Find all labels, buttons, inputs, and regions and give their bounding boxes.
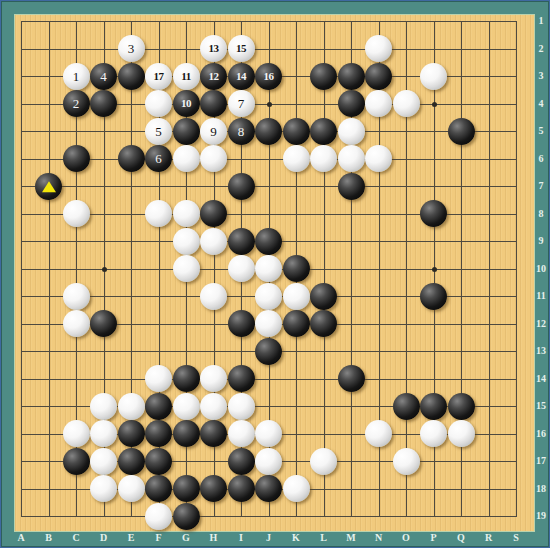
column-label-E: E	[121, 532, 141, 543]
black-stone-I14[interactable]	[228, 365, 255, 392]
move-number-label: 12	[209, 63, 219, 90]
column-label-A: A	[11, 532, 31, 543]
white-stone-C3[interactable]: 1	[63, 63, 90, 90]
white-stone-M6[interactable]	[338, 145, 365, 172]
white-stone-N4[interactable]	[365, 90, 392, 117]
column-label-K: K	[286, 532, 306, 543]
black-stone-G14[interactable]	[173, 365, 200, 392]
black-stone-F18[interactable]	[145, 475, 172, 502]
move-number-label: 15	[236, 35, 246, 62]
black-stone-K5[interactable]	[283, 118, 310, 145]
white-stone-I4[interactable]: 7	[228, 90, 255, 117]
black-stone-Q5[interactable]	[448, 118, 475, 145]
row-label-13: 13	[532, 345, 550, 356]
white-stone-H11[interactable]	[200, 283, 227, 310]
black-stone-H16[interactable]	[200, 420, 227, 447]
column-label-S: S	[506, 532, 526, 543]
white-stone-C8[interactable]	[63, 200, 90, 227]
move-number-label: 9	[210, 118, 217, 145]
column-label-F: F	[149, 532, 169, 543]
white-stone-J17[interactable]	[255, 448, 282, 475]
white-stone-Q16[interactable]	[448, 420, 475, 447]
black-stone-G19[interactable]	[173, 503, 200, 530]
black-stone-I17[interactable]	[228, 448, 255, 475]
black-stone-I12[interactable]	[228, 310, 255, 337]
row-label-9: 9	[532, 235, 550, 246]
white-stone-G15[interactable]	[173, 393, 200, 420]
white-stone-C12[interactable]	[63, 310, 90, 337]
row-label-3: 3	[532, 70, 550, 81]
column-label-Q: Q	[451, 532, 471, 543]
row-label-19: 19	[532, 510, 550, 521]
white-stone-G3[interactable]: 11	[173, 63, 200, 90]
white-stone-M5[interactable]	[338, 118, 365, 145]
row-label-2: 2	[532, 43, 550, 54]
row-label-17: 17	[532, 455, 550, 466]
column-label-O: O	[396, 532, 416, 543]
white-stone-E15[interactable]	[118, 393, 145, 420]
white-stone-F8[interactable]	[145, 200, 172, 227]
row-label-10: 10	[532, 263, 550, 274]
triangle-mark-icon	[42, 181, 56, 192]
column-label-C: C	[66, 532, 86, 543]
black-stone-I7[interactable]	[228, 173, 255, 200]
white-stone-F19[interactable]	[145, 503, 172, 530]
white-stone-F4[interactable]	[145, 90, 172, 117]
column-label-B: B	[39, 532, 59, 543]
black-stone-P11[interactable]	[420, 283, 447, 310]
move-number-label: 3	[128, 35, 135, 62]
black-stone-F17[interactable]	[145, 448, 172, 475]
white-stone-C16[interactable]	[63, 420, 90, 447]
row-label-15: 15	[532, 400, 550, 411]
black-stone-O15[interactable]	[393, 393, 420, 420]
black-stone-H8[interactable]	[200, 200, 227, 227]
move-number-label: 4	[100, 63, 107, 90]
white-stone-C11[interactable]	[63, 283, 90, 310]
black-stone-F15[interactable]	[145, 393, 172, 420]
white-stone-D15[interactable]	[90, 393, 117, 420]
white-stone-J11[interactable]	[255, 283, 282, 310]
black-stone-H3[interactable]: 12	[200, 63, 227, 90]
move-number-label: 5	[155, 118, 162, 145]
row-label-6: 6	[532, 153, 550, 164]
white-stone-F5[interactable]: 5	[145, 118, 172, 145]
move-number-label: 11	[181, 63, 190, 90]
white-stone-H2[interactable]: 13	[200, 35, 227, 62]
white-stone-L17[interactable]	[310, 448, 337, 475]
black-stone-K10[interactable]	[283, 255, 310, 282]
black-stone-I3[interactable]: 14	[228, 63, 255, 90]
white-stone-J12[interactable]	[255, 310, 282, 337]
white-stone-H6[interactable]	[200, 145, 227, 172]
white-stone-N2[interactable]	[365, 35, 392, 62]
star-point	[432, 102, 437, 107]
white-stone-D16[interactable]	[90, 420, 117, 447]
white-stone-G9[interactable]	[173, 228, 200, 255]
white-stone-J16[interactable]	[255, 420, 282, 447]
column-label-J: J	[259, 532, 279, 543]
row-label-7: 7	[532, 180, 550, 191]
black-stone-I18[interactable]	[228, 475, 255, 502]
star-point	[432, 267, 437, 272]
black-stone-M14[interactable]	[338, 365, 365, 392]
white-stone-O4[interactable]	[393, 90, 420, 117]
move-number-label: 2	[73, 90, 80, 117]
grid-line-vertical	[324, 21, 325, 517]
black-stone-G18[interactable]	[173, 475, 200, 502]
white-stone-I10[interactable]	[228, 255, 255, 282]
white-stone-E2[interactable]: 3	[118, 35, 145, 62]
goban[interactable]: 3131514171112141621075986	[14, 14, 535, 532]
white-stone-K11[interactable]	[283, 283, 310, 310]
move-number-label: 8	[238, 118, 245, 145]
move-number-label: 10	[181, 90, 191, 117]
black-stone-I9[interactable]	[228, 228, 255, 255]
black-stone-H4[interactable]	[200, 90, 227, 117]
white-stone-L6[interactable]	[310, 145, 337, 172]
move-number-label: 13	[209, 35, 219, 62]
black-stone-H18[interactable]	[200, 475, 227, 502]
black-stone-L5[interactable]	[310, 118, 337, 145]
black-stone-L3[interactable]	[310, 63, 337, 90]
white-stone-J10[interactable]	[255, 255, 282, 282]
row-label-5: 5	[532, 125, 550, 136]
white-stone-D18[interactable]	[90, 475, 117, 502]
go-diagram-window: 3131514171112141621075986 ABCDEFGHIJKLMN…	[0, 0, 550, 548]
white-stone-P3[interactable]	[420, 63, 447, 90]
black-stone-D4[interactable]	[90, 90, 117, 117]
grid-line-vertical	[489, 21, 490, 517]
grid-line-horizontal	[21, 379, 517, 380]
column-label-R: R	[479, 532, 499, 543]
black-stone-M7[interactable]	[338, 173, 365, 200]
black-stone-F16[interactable]	[145, 420, 172, 447]
black-stone-K12[interactable]	[283, 310, 310, 337]
move-number-label: 16	[264, 63, 274, 90]
move-number-label: 7	[238, 90, 245, 117]
white-stone-K18[interactable]	[283, 475, 310, 502]
black-stone-J13[interactable]	[255, 338, 282, 365]
column-label-N: N	[369, 532, 389, 543]
row-label-8: 8	[532, 208, 550, 219]
black-stone-D3[interactable]: 4	[90, 63, 117, 90]
column-label-H: H	[204, 532, 224, 543]
black-stone-I5[interactable]: 8	[228, 118, 255, 145]
black-stone-E6[interactable]	[118, 145, 145, 172]
black-stone-Q15[interactable]	[448, 393, 475, 420]
white-stone-H14[interactable]	[200, 365, 227, 392]
white-stone-O17[interactable]	[393, 448, 420, 475]
black-stone-J3[interactable]: 16	[255, 63, 282, 90]
white-stone-G6[interactable]	[173, 145, 200, 172]
black-stone-L12[interactable]	[310, 310, 337, 337]
black-stone-E17[interactable]	[118, 448, 145, 475]
white-stone-G8[interactable]	[173, 200, 200, 227]
black-stone-P15[interactable]	[420, 393, 447, 420]
black-stone-F6[interactable]: 6	[145, 145, 172, 172]
black-stone-L11[interactable]	[310, 283, 337, 310]
white-stone-P16[interactable]	[420, 420, 447, 447]
white-stone-D17[interactable]	[90, 448, 117, 475]
white-stone-E18[interactable]	[118, 475, 145, 502]
black-stone-C6[interactable]	[63, 145, 90, 172]
row-label-12: 12	[532, 318, 550, 329]
star-point	[267, 102, 272, 107]
column-label-G: G	[176, 532, 196, 543]
column-label-I: I	[231, 532, 251, 543]
black-stone-C17[interactable]	[63, 448, 90, 475]
column-label-M: M	[341, 532, 361, 543]
white-stone-H15[interactable]	[200, 393, 227, 420]
move-number-label: 6	[155, 145, 162, 172]
column-label-D: D	[94, 532, 114, 543]
grid-line-horizontal	[21, 516, 517, 517]
black-stone-M3[interactable]	[338, 63, 365, 90]
black-stone-D12[interactable]	[90, 310, 117, 337]
white-stone-I16[interactable]	[228, 420, 255, 447]
row-label-4: 4	[532, 98, 550, 109]
white-stone-H5[interactable]: 9	[200, 118, 227, 145]
black-stone-N3[interactable]	[365, 63, 392, 90]
move-number-label: 14	[236, 63, 246, 90]
row-label-16: 16	[532, 428, 550, 439]
star-point	[102, 267, 107, 272]
black-stone-E3[interactable]	[118, 63, 145, 90]
move-number-label: 17	[154, 63, 164, 90]
white-stone-I2[interactable]: 15	[228, 35, 255, 62]
row-label-18: 18	[532, 483, 550, 494]
black-stone-G4[interactable]: 10	[173, 90, 200, 117]
move-number-label: 1	[73, 63, 80, 90]
row-label-1: 1	[532, 15, 550, 26]
column-label-L: L	[314, 532, 334, 543]
white-stone-I15[interactable]	[228, 393, 255, 420]
black-stone-E16[interactable]	[118, 420, 145, 447]
white-stone-G10[interactable]	[173, 255, 200, 282]
white-stone-H9[interactable]	[200, 228, 227, 255]
black-stone-M4[interactable]	[338, 90, 365, 117]
row-label-14: 14	[532, 373, 550, 384]
white-stone-N16[interactable]	[365, 420, 392, 447]
row-label-11: 11	[532, 290, 550, 301]
column-label-P: P	[424, 532, 444, 543]
black-stone-J18[interactable]	[255, 475, 282, 502]
black-stone-B7[interactable]	[35, 173, 62, 200]
black-stone-J5[interactable]	[255, 118, 282, 145]
black-stone-J9[interactable]	[255, 228, 282, 255]
black-stone-C4[interactable]: 2	[63, 90, 90, 117]
white-stone-K6[interactable]	[283, 145, 310, 172]
white-stone-N6[interactable]	[365, 145, 392, 172]
grid-line-vertical	[516, 21, 517, 517]
black-stone-G5[interactable]	[173, 118, 200, 145]
white-stone-F3[interactable]: 17	[145, 63, 172, 90]
black-stone-G16[interactable]	[173, 420, 200, 447]
white-stone-F14[interactable]	[145, 365, 172, 392]
black-stone-P8[interactable]	[420, 200, 447, 227]
